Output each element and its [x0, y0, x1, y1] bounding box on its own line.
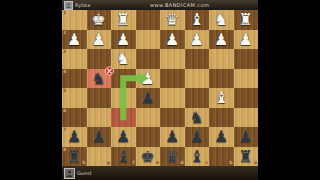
square-a4[interactable]: [234, 69, 259, 89]
piece-black-pawn-g7[interactable]: ♟: [87, 127, 112, 147]
piece-black-pawn-c7[interactable]: ♟: [185, 127, 210, 147]
file-label-b: b: [229, 161, 232, 166]
square-g4[interactable]: ♞: [87, 69, 112, 89]
rank-label-5: 5: [63, 89, 66, 94]
piece-black-rook-a8[interactable]: ♜: [234, 147, 259, 167]
square-d8[interactable]: d♛: [160, 147, 185, 167]
square-b5[interactable]: ♝: [209, 88, 234, 108]
square-a6[interactable]: [234, 108, 259, 128]
square-c5[interactable]: [185, 88, 210, 108]
square-d6[interactable]: [160, 108, 185, 128]
square-g3[interactable]: [87, 49, 112, 69]
square-h5[interactable]: 5: [62, 88, 87, 108]
square-h6[interactable]: 6: [62, 108, 87, 128]
square-g7[interactable]: ♟: [87, 127, 112, 147]
square-d4[interactable]: [160, 69, 185, 89]
piece-black-pawn-f7[interactable]: ♟: [111, 127, 136, 147]
square-a8[interactable]: a♜: [234, 147, 259, 167]
piece-white-knight-f3[interactable]: ♞: [111, 49, 136, 69]
chess-board[interactable]: 1♚♜♛♝♞♜2♟♟♟♟♟♟♟3♞4♞♟5♟♝6♞7♟♟♟♟♟♟♟8h♜gf♝e…: [62, 10, 258, 166]
piece-black-king-e8[interactable]: ♚: [136, 147, 161, 167]
square-b3[interactable]: [209, 49, 234, 69]
square-e8[interactable]: e♚: [136, 147, 161, 167]
piece-white-pawn-a2[interactable]: ♟: [234, 30, 259, 50]
top-player-avatar-icon: [64, 1, 73, 10]
rank-label-6: 6: [63, 109, 66, 114]
piece-black-knight-g4[interactable]: ♞: [87, 69, 112, 89]
square-h3[interactable]: 3: [62, 49, 87, 69]
square-b8[interactable]: b: [209, 147, 234, 167]
square-f4[interactable]: [111, 69, 136, 89]
piece-white-pawn-f2[interactable]: ♟: [111, 30, 136, 50]
square-b4[interactable]: [209, 69, 234, 89]
top-player-name: Rybka: [75, 3, 90, 8]
square-e1[interactable]: [136, 10, 161, 30]
square-b6[interactable]: [209, 108, 234, 128]
square-e7[interactable]: [136, 127, 161, 147]
piece-white-rook-a1[interactable]: ♜: [234, 10, 259, 30]
piece-black-pawn-h7[interactable]: ♟: [62, 127, 87, 147]
square-h8[interactable]: 8h♜: [62, 147, 87, 167]
square-f7[interactable]: ♟: [111, 127, 136, 147]
square-h4[interactable]: 4: [62, 69, 87, 89]
square-g5[interactable]: [87, 88, 112, 108]
rank-label-1: 1: [63, 11, 66, 16]
square-h1[interactable]: 1: [62, 10, 87, 30]
piece-white-pawn-e4[interactable]: ♟: [136, 69, 161, 89]
bottom-player-name: Guest: [77, 171, 92, 176]
piece-black-queen-d8[interactable]: ♛: [160, 147, 185, 167]
piece-white-pawn-g2[interactable]: ♟: [87, 30, 112, 50]
piece-white-pawn-d2[interactable]: ♟: [160, 30, 185, 50]
piece-black-knight-c6[interactable]: ♞: [185, 108, 210, 128]
piece-black-bishop-c8[interactable]: ♝: [185, 147, 210, 167]
piece-black-pawn-a7[interactable]: ♟: [234, 127, 259, 147]
square-d5[interactable]: [160, 88, 185, 108]
square-e2[interactable]: [136, 30, 161, 50]
piece-white-rook-f1[interactable]: ♜: [111, 10, 136, 30]
square-f3[interactable]: ♞: [111, 49, 136, 69]
square-c7[interactable]: ♟: [185, 127, 210, 147]
square-a7[interactable]: ♟: [234, 127, 259, 147]
square-a2[interactable]: ♟: [234, 30, 259, 50]
square-h7[interactable]: 7♟: [62, 127, 87, 147]
square-a5[interactable]: [234, 88, 259, 108]
bandicam-watermark: www.BANDICAM.com: [150, 2, 209, 8]
rank-label-4: 4: [63, 70, 66, 75]
piece-black-pawn-e5[interactable]: ♟: [136, 88, 161, 108]
square-d3[interactable]: [160, 49, 185, 69]
square-c3[interactable]: [185, 49, 210, 69]
square-a3[interactable]: [234, 49, 259, 69]
piece-black-pawn-d7[interactable]: ♟: [160, 127, 185, 147]
piece-black-rook-h8[interactable]: ♜: [62, 147, 87, 167]
square-e6[interactable]: [136, 108, 161, 128]
square-c2[interactable]: ♟: [185, 30, 210, 50]
square-e4[interactable]: ♟: [136, 69, 161, 89]
square-d7[interactable]: ♟: [160, 127, 185, 147]
square-f2[interactable]: ♟: [111, 30, 136, 50]
piece-white-knight-b1[interactable]: ♞: [209, 10, 234, 30]
person-icon: [66, 170, 73, 177]
piece-white-pawn-b2[interactable]: ♟: [209, 30, 234, 50]
top-player-bar: Rybka www.BANDICAM.com: [62, 0, 258, 10]
piece-black-pawn-b7[interactable]: ♟: [209, 127, 234, 147]
square-e5[interactable]: ♟: [136, 88, 161, 108]
square-b1[interactable]: ♞: [209, 10, 234, 30]
person-icon: [66, 3, 71, 8]
piece-black-bishop-f8[interactable]: ♝: [111, 147, 136, 167]
file-label-g: g: [107, 161, 110, 166]
square-a1[interactable]: ♜: [234, 10, 259, 30]
rank-label-3: 3: [63, 50, 66, 55]
piece-white-bishop-b5[interactable]: ♝: [209, 88, 234, 108]
piece-white-queen-d1[interactable]: ♛: [160, 10, 185, 30]
piece-white-pawn-h2[interactable]: ♟: [62, 30, 87, 50]
square-c4[interactable]: [185, 69, 210, 89]
square-g1[interactable]: ♚: [87, 10, 112, 30]
square-g8[interactable]: g: [87, 147, 112, 167]
square-c8[interactable]: c♝: [185, 147, 210, 167]
square-d2[interactable]: ♟: [160, 30, 185, 50]
square-b2[interactable]: ♟: [209, 30, 234, 50]
piece-white-bishop-c1[interactable]: ♝: [185, 10, 210, 30]
square-f8[interactable]: f♝: [111, 147, 136, 167]
square-e3[interactable]: [136, 49, 161, 69]
video-content-area: Rybka www.BANDICAM.com 1♚♜♛♝♞♜2♟♟♟♟♟♟♟3♞…: [62, 0, 258, 180]
square-h2[interactable]: 2♟: [62, 30, 87, 50]
square-g2[interactable]: ♟: [87, 30, 112, 50]
square-c6[interactable]: ♞: [185, 108, 210, 128]
square-g6[interactable]: [87, 108, 112, 128]
bottom-player-bar: Guest: [62, 166, 258, 180]
square-f6[interactable]: [111, 108, 136, 128]
square-d1[interactable]: ♛: [160, 10, 185, 30]
square-b7[interactable]: ♟: [209, 127, 234, 147]
piece-white-king-g1[interactable]: ♚: [87, 10, 112, 30]
bottom-player-avatar-icon: [64, 168, 75, 179]
square-f1[interactable]: ♜: [111, 10, 136, 30]
square-c1[interactable]: ♝: [185, 10, 210, 30]
piece-white-pawn-c2[interactable]: ♟: [185, 30, 210, 50]
square-f5[interactable]: [111, 88, 136, 108]
